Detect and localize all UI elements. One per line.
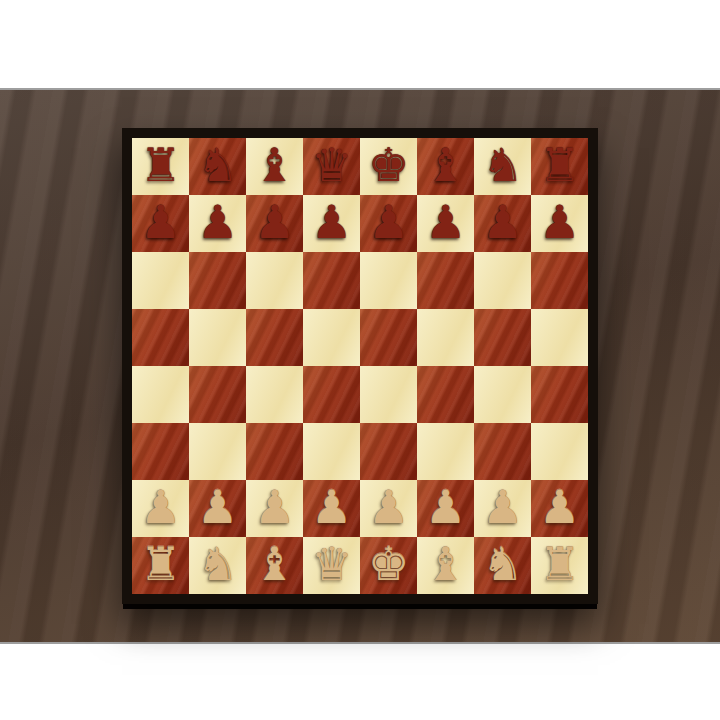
square-e2[interactable]: ♟ [360,480,417,537]
square-h2[interactable]: ♟ [531,480,588,537]
square-b3[interactable] [189,423,246,480]
piece-black-pawn[interactable]: ♟ [254,199,295,245]
piece-white-pawn[interactable]: ♟ [482,484,523,530]
square-f6[interactable] [417,252,474,309]
piece-white-pawn[interactable]: ♟ [425,484,466,530]
square-f3[interactable] [417,423,474,480]
square-d5[interactable] [303,309,360,366]
square-e5[interactable] [360,309,417,366]
piece-white-pawn[interactable]: ♟ [254,484,295,530]
piece-black-bishop[interactable]: ♝ [254,142,295,188]
piece-white-pawn[interactable]: ♟ [140,484,181,530]
square-a6[interactable] [132,252,189,309]
square-h6[interactable] [531,252,588,309]
square-e7[interactable]: ♟ [360,195,417,252]
square-a7[interactable]: ♟ [132,195,189,252]
piece-white-pawn[interactable]: ♟ [311,484,352,530]
square-a2[interactable]: ♟ [132,480,189,537]
square-a1[interactable]: ♜ [132,537,189,594]
square-g8[interactable]: ♞ [474,138,531,195]
table-surface: ♜♞♝♛♚♝♞♜♟♟♟♟♟♟♟♟♟♟♟♟♟♟♟♟♜♞♝♛♚♝♞♜ [0,90,720,642]
square-e6[interactable] [360,252,417,309]
square-d7[interactable]: ♟ [303,195,360,252]
square-d6[interactable] [303,252,360,309]
square-c3[interactable] [246,423,303,480]
square-d4[interactable] [303,366,360,423]
piece-black-pawn[interactable]: ♟ [539,199,580,245]
square-a3[interactable] [132,423,189,480]
piece-black-pawn[interactable]: ♟ [311,199,352,245]
square-c5[interactable] [246,309,303,366]
square-a8[interactable]: ♜ [132,138,189,195]
square-f5[interactable] [417,309,474,366]
board-grid: ♜♞♝♛♚♝♞♜♟♟♟♟♟♟♟♟♟♟♟♟♟♟♟♟♜♞♝♛♚♝♞♜ [132,138,588,594]
square-e4[interactable] [360,366,417,423]
square-g3[interactable] [474,423,531,480]
square-f4[interactable] [417,366,474,423]
square-e1[interactable]: ♚ [360,537,417,594]
piece-white-knight[interactable]: ♞ [197,541,238,587]
square-h1[interactable]: ♜ [531,537,588,594]
square-b7[interactable]: ♟ [189,195,246,252]
square-h3[interactable] [531,423,588,480]
piece-white-queen[interactable]: ♛ [311,541,352,587]
piece-black-pawn[interactable]: ♟ [368,199,409,245]
piece-black-king[interactable]: ♚ [368,142,409,188]
square-b1[interactable]: ♞ [189,537,246,594]
screenshot-page: ♜♞♝♛♚♝♞♜♟♟♟♟♟♟♟♟♟♟♟♟♟♟♟♟♜♞♝♛♚♝♞♜ [0,0,720,720]
square-c7[interactable]: ♟ [246,195,303,252]
piece-black-bishop[interactable]: ♝ [425,142,466,188]
piece-black-rook[interactable]: ♜ [140,142,181,188]
piece-black-pawn[interactable]: ♟ [197,199,238,245]
piece-black-queen[interactable]: ♛ [311,142,352,188]
square-f1[interactable]: ♝ [417,537,474,594]
square-c1[interactable]: ♝ [246,537,303,594]
square-b5[interactable] [189,309,246,366]
piece-white-king[interactable]: ♚ [368,541,409,587]
square-c8[interactable]: ♝ [246,138,303,195]
piece-black-pawn[interactable]: ♟ [482,199,523,245]
square-g5[interactable] [474,309,531,366]
piece-white-bishop[interactable]: ♝ [254,541,295,587]
square-h8[interactable]: ♜ [531,138,588,195]
square-g4[interactable] [474,366,531,423]
square-g6[interactable] [474,252,531,309]
square-f2[interactable]: ♟ [417,480,474,537]
piece-white-knight[interactable]: ♞ [482,541,523,587]
square-h7[interactable]: ♟ [531,195,588,252]
square-e3[interactable] [360,423,417,480]
piece-black-pawn[interactable]: ♟ [140,199,181,245]
piece-black-pawn[interactable]: ♟ [425,199,466,245]
square-d8[interactable]: ♛ [303,138,360,195]
square-g2[interactable]: ♟ [474,480,531,537]
square-c4[interactable] [246,366,303,423]
square-c2[interactable]: ♟ [246,480,303,537]
square-h5[interactable] [531,309,588,366]
photo-top-margin [0,0,720,90]
square-b6[interactable] [189,252,246,309]
square-g1[interactable]: ♞ [474,537,531,594]
square-f8[interactable]: ♝ [417,138,474,195]
piece-white-bishop[interactable]: ♝ [425,541,466,587]
square-c6[interactable] [246,252,303,309]
square-d1[interactable]: ♛ [303,537,360,594]
square-b8[interactable]: ♞ [189,138,246,195]
piece-white-rook[interactable]: ♜ [539,541,580,587]
square-d3[interactable] [303,423,360,480]
piece-white-pawn[interactable]: ♟ [197,484,238,530]
square-h4[interactable] [531,366,588,423]
piece-black-rook[interactable]: ♜ [539,142,580,188]
piece-black-knight[interactable]: ♞ [197,142,238,188]
square-a5[interactable] [132,309,189,366]
piece-black-knight[interactable]: ♞ [482,142,523,188]
square-f7[interactable]: ♟ [417,195,474,252]
square-g7[interactable]: ♟ [474,195,531,252]
square-e8[interactable]: ♚ [360,138,417,195]
square-b2[interactable]: ♟ [189,480,246,537]
photo-bottom-margin [0,642,720,720]
square-d2[interactable]: ♟ [303,480,360,537]
piece-white-pawn[interactable]: ♟ [539,484,580,530]
square-b4[interactable] [189,366,246,423]
piece-white-pawn[interactable]: ♟ [368,484,409,530]
piece-white-rook[interactable]: ♜ [140,541,181,587]
square-a4[interactable] [132,366,189,423]
chess-board: ♜♞♝♛♚♝♞♜♟♟♟♟♟♟♟♟♟♟♟♟♟♟♟♟♜♞♝♛♚♝♞♜ [122,128,598,604]
